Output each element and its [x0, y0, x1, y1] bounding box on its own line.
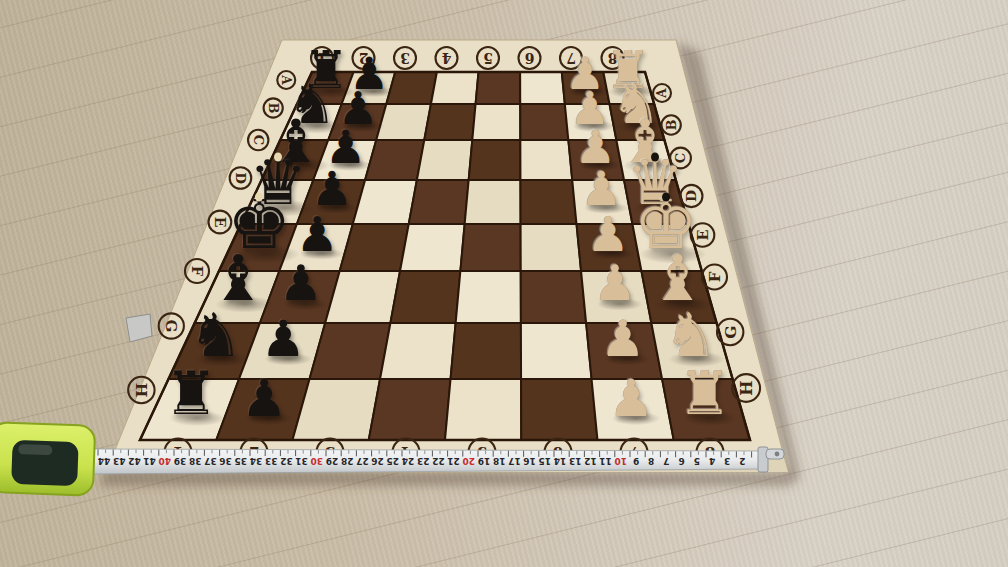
board-square	[431, 72, 479, 104]
tape-number: 38	[189, 456, 202, 466]
tape-number: 41	[143, 456, 156, 466]
svg-text:C: C	[251, 135, 266, 145]
tape-number: 35	[235, 456, 248, 466]
tape-number: 26	[371, 456, 384, 466]
board-square	[521, 224, 581, 271]
tape-number: 33	[265, 456, 278, 466]
board-square	[465, 180, 521, 224]
board-square	[451, 323, 522, 379]
svg-text:G: G	[162, 320, 180, 333]
board-square	[445, 379, 521, 440]
svg-text:4: 4	[441, 50, 451, 66]
tape-number: 43	[113, 456, 126, 466]
board-square	[409, 180, 469, 224]
svg-text:B: B	[664, 120, 679, 131]
svg-text:H: H	[132, 383, 151, 398]
board-square	[577, 224, 642, 271]
board-square	[340, 224, 409, 271]
tape-number: 12	[584, 456, 597, 466]
board-square	[417, 140, 472, 180]
tape-number: 28	[341, 456, 354, 466]
tape-number: 24	[402, 456, 415, 466]
tape-number: 3	[724, 456, 730, 466]
svg-text:2: 2	[359, 50, 369, 66]
tape-number: 20	[463, 456, 476, 466]
tape-number: 13	[569, 456, 582, 466]
tape-number: 17	[508, 456, 521, 466]
board-square	[565, 104, 617, 140]
board-square	[520, 72, 565, 104]
board-square	[562, 72, 610, 104]
photo-scene: 12345678ABCDEFGHABCDEFGH1234567844434241…	[0, 0, 1008, 567]
tape-number: 31	[295, 456, 308, 466]
tape-number: 16	[523, 456, 536, 466]
board-square	[568, 140, 624, 180]
svg-text:1: 1	[317, 50, 327, 66]
board-square	[386, 72, 437, 104]
board-square	[581, 271, 651, 323]
tape-number: 19	[478, 456, 491, 466]
board-square	[456, 271, 521, 323]
svg-text:F: F	[189, 266, 206, 277]
board-square	[390, 271, 460, 323]
tape-number: 11	[599, 456, 612, 466]
svg-text:A: A	[655, 88, 669, 99]
svg-text:5: 5	[483, 50, 493, 66]
board-square	[460, 224, 520, 271]
svg-text:D: D	[233, 172, 249, 184]
board-square	[592, 379, 674, 440]
board-square	[376, 104, 431, 140]
tape-number: 5	[694, 456, 700, 466]
tape-number: 8	[648, 456, 654, 466]
tape-number: 18	[493, 456, 506, 466]
svg-text:A: A	[279, 74, 293, 85]
svg-text:C: C	[673, 153, 688, 164]
tape-number: 36	[219, 456, 232, 466]
tape-number: 39	[174, 456, 187, 466]
tape-hook-hole	[775, 452, 780, 457]
svg-text:8: 8	[608, 50, 618, 66]
tape-number: 6	[678, 456, 684, 466]
tape-number: 44	[98, 456, 111, 466]
tape-number: 25	[387, 456, 400, 466]
tape-number: 23	[417, 456, 430, 466]
tape-number: 22	[432, 456, 445, 466]
tape-number: 34	[250, 456, 263, 466]
svg-text:F: F	[706, 271, 724, 282]
svg-text:D: D	[683, 190, 699, 202]
tape-number: 42	[128, 456, 141, 466]
board-square	[521, 379, 597, 440]
tape-number: 10	[615, 456, 628, 466]
board-square	[369, 379, 451, 440]
board-photo-svg: 12345678ABCDEFGHABCDEFGH1234567844434241…	[0, 0, 1008, 567]
board-square	[472, 104, 520, 140]
hinge	[126, 314, 152, 342]
tape-number: 21	[447, 456, 460, 466]
board-square	[365, 140, 424, 180]
tape-number: 7	[663, 456, 669, 466]
tape-number: 4	[709, 456, 715, 466]
tape-case	[0, 422, 95, 496]
svg-text:E: E	[694, 229, 711, 240]
tape-number: 29	[326, 456, 339, 466]
board-square	[424, 104, 475, 140]
tape-number: 27	[356, 456, 369, 466]
board-square	[400, 224, 465, 271]
board-square	[469, 140, 521, 180]
board-square	[520, 180, 576, 224]
svg-text:7: 7	[566, 50, 576, 66]
svg-text:E: E	[212, 217, 228, 228]
tape-number: 37	[204, 456, 217, 466]
tape-number: 9	[633, 456, 639, 466]
board-square	[520, 104, 568, 140]
tape-number: 30	[311, 456, 324, 466]
tape-number: 15	[539, 456, 552, 466]
tape-number: 2	[739, 456, 745, 466]
tape-number: 32	[280, 456, 293, 466]
tape-number: 14	[554, 456, 567, 466]
svg-text:3: 3	[400, 50, 410, 66]
board-square	[521, 323, 592, 379]
svg-text:G: G	[721, 325, 740, 338]
svg-text:B: B	[266, 103, 281, 114]
board-square	[521, 271, 586, 323]
board-square	[520, 140, 572, 180]
svg-text:H: H	[737, 380, 756, 395]
tape-number: 40	[159, 456, 172, 466]
board-square	[572, 180, 632, 224]
board-square	[476, 72, 521, 104]
board-square	[353, 180, 417, 224]
board-square	[380, 323, 456, 379]
svg-text:6: 6	[525, 50, 535, 66]
board-square	[586, 323, 662, 379]
